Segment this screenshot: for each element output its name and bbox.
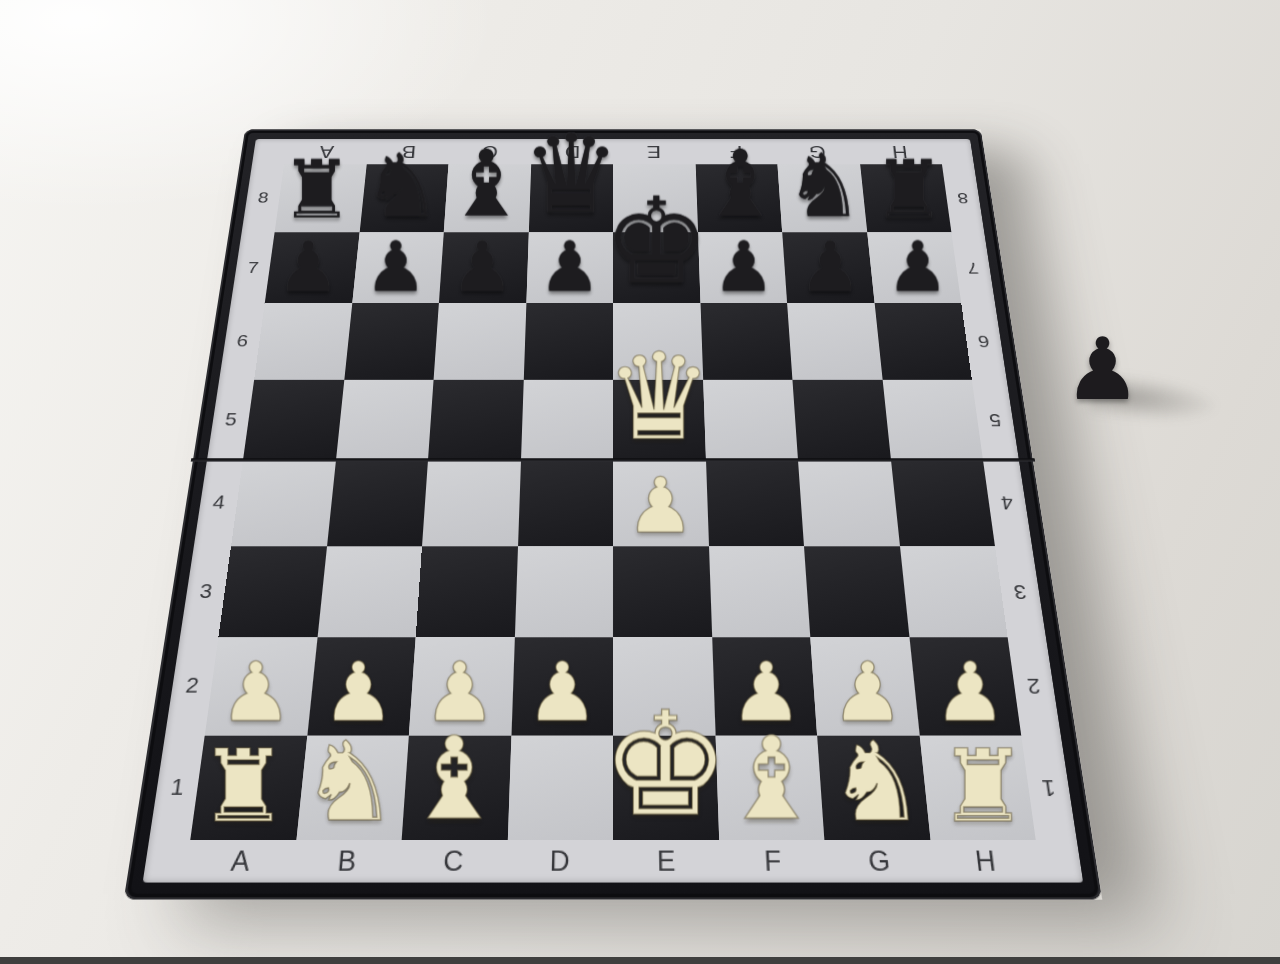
piece-black-pawn-d7[interactable]: ♟ bbox=[538, 232, 600, 302]
photo-scene: ABCDEFGH ABCDEFGH 12345678 12345678 ♜♞♝♛… bbox=[193, 40, 1033, 880]
square-b6[interactable] bbox=[344, 303, 439, 379]
files-near-label-h: H bbox=[930, 840, 1042, 883]
square-c6[interactable] bbox=[434, 303, 526, 379]
piece-white-pawn-h2[interactable]: ♟ bbox=[933, 650, 1006, 732]
files-near-label-g: G bbox=[824, 840, 934, 883]
square-e7[interactable]: ♚ bbox=[613, 232, 700, 304]
files-far-label-g: G bbox=[776, 139, 860, 164]
square-b1[interactable]: ♞ bbox=[296, 735, 409, 840]
square-d7[interactable]: ♟ bbox=[526, 232, 613, 304]
square-e3[interactable] bbox=[613, 546, 712, 638]
piece-white-knight-g1[interactable]: ♞ bbox=[828, 727, 926, 837]
piece-black-pawn-c7[interactable]: ♟ bbox=[451, 232, 513, 302]
square-d5[interactable] bbox=[521, 379, 614, 460]
files-far-label-e: E bbox=[613, 139, 695, 164]
square-f6[interactable] bbox=[700, 303, 792, 379]
square-h4[interactable] bbox=[891, 460, 995, 546]
piece-white-bishop-c1[interactable]: ♝ bbox=[403, 722, 505, 836]
square-a4[interactable] bbox=[231, 460, 335, 546]
square-a8[interactable]: ♜ bbox=[275, 164, 367, 232]
square-h7[interactable]: ♟ bbox=[867, 232, 962, 304]
captured-black-pawn[interactable]: ♟ bbox=[1064, 326, 1141, 412]
square-e5[interactable]: ♛ bbox=[613, 379, 706, 460]
piece-white-rook-a1[interactable]: ♜ bbox=[199, 736, 289, 836]
piece-black-pawn-g7[interactable]: ♟ bbox=[799, 232, 861, 302]
square-c1[interactable]: ♝ bbox=[402, 735, 511, 840]
square-c7[interactable]: ♟ bbox=[439, 232, 529, 304]
piece-black-pawn-f7[interactable]: ♟ bbox=[712, 232, 774, 302]
square-d3[interactable] bbox=[514, 546, 613, 638]
piece-white-pawn-e4[interactable]: ♟ bbox=[626, 467, 694, 543]
square-b8[interactable]: ♞ bbox=[359, 164, 448, 232]
files-near-label-f: F bbox=[719, 840, 828, 883]
square-g3[interactable] bbox=[804, 546, 909, 638]
captured-piece-area: ♟ bbox=[1056, 320, 1176, 440]
piece-white-rook-h1[interactable]: ♜ bbox=[937, 736, 1027, 836]
square-c3[interactable] bbox=[416, 546, 518, 638]
square-b4[interactable] bbox=[327, 460, 428, 546]
square-a3[interactable] bbox=[218, 546, 326, 638]
square-f7[interactable]: ♟ bbox=[698, 232, 788, 304]
square-g7[interactable]: ♟ bbox=[782, 232, 874, 304]
square-h2[interactable]: ♟ bbox=[909, 637, 1021, 735]
square-a6[interactable] bbox=[254, 303, 352, 379]
files-near-label-e: E bbox=[613, 840, 720, 883]
square-a5[interactable] bbox=[243, 379, 344, 460]
piece-black-pawn-a7[interactable]: ♟ bbox=[277, 232, 339, 302]
piece-white-pawn-d2[interactable]: ♟ bbox=[525, 650, 598, 732]
files-near-label-c: C bbox=[399, 840, 508, 883]
square-h3[interactable] bbox=[899, 546, 1007, 638]
square-f1[interactable]: ♝ bbox=[715, 735, 824, 840]
chess-board: ABCDEFGH ABCDEFGH 12345678 12345678 ♜♞♝♛… bbox=[124, 129, 1103, 899]
square-c4[interactable] bbox=[422, 460, 520, 546]
square-d4[interactable] bbox=[518, 460, 613, 546]
square-d8[interactable]: ♛ bbox=[528, 164, 613, 232]
square-f5[interactable] bbox=[703, 379, 798, 460]
piece-white-pawn-a2[interactable]: ♟ bbox=[220, 650, 293, 732]
square-b5[interactable] bbox=[336, 379, 434, 460]
files-far-label-d: D bbox=[531, 139, 613, 164]
square-f3[interactable] bbox=[708, 546, 810, 638]
files-near: ABCDEFGH bbox=[184, 840, 1041, 883]
files-near-label-d: D bbox=[506, 840, 613, 883]
board-grid: ♜♞♝♛♝♞♜♟♟♟♟♚♟♟♟♛♟♟♟♟♟♟♟♟♜♞♝♚♝♞♜ bbox=[190, 164, 1035, 840]
files-near-label-b: B bbox=[291, 840, 401, 883]
square-g6[interactable] bbox=[787, 303, 882, 379]
square-g4[interactable] bbox=[798, 460, 899, 546]
square-d1[interactable] bbox=[507, 735, 613, 840]
files-far-label-a: A bbox=[284, 139, 369, 164]
piece-white-king-e1[interactable]: ♚ bbox=[601, 693, 730, 837]
piece-black-pawn-h7[interactable]: ♟ bbox=[886, 232, 948, 302]
piece-white-knight-b1[interactable]: ♞ bbox=[300, 727, 398, 837]
square-g5[interactable] bbox=[792, 379, 890, 460]
square-d6[interactable] bbox=[523, 303, 613, 379]
files-far-label-h: H bbox=[857, 139, 942, 164]
piece-black-pawn-b7[interactable]: ♟ bbox=[364, 232, 426, 302]
piece-white-bishop-f1[interactable]: ♝ bbox=[720, 722, 822, 836]
square-h1[interactable]: ♜ bbox=[919, 735, 1036, 840]
square-h6[interactable] bbox=[874, 303, 972, 379]
square-f4[interactable] bbox=[706, 460, 804, 546]
square-g8[interactable]: ♞ bbox=[777, 164, 866, 232]
square-g1[interactable]: ♞ bbox=[817, 735, 930, 840]
square-d2[interactable]: ♟ bbox=[511, 637, 613, 735]
piece-black-king-e7[interactable]: ♚ bbox=[603, 183, 709, 301]
square-c5[interactable] bbox=[428, 379, 523, 460]
square-a7[interactable]: ♟ bbox=[265, 232, 360, 304]
square-h8[interactable]: ♜ bbox=[860, 164, 952, 232]
files-far: ABCDEFGH bbox=[284, 139, 942, 164]
files-near-label-a: A bbox=[184, 840, 296, 883]
files-far-label-b: B bbox=[366, 139, 450, 164]
square-e4[interactable]: ♟ bbox=[613, 460, 708, 546]
square-c8[interactable]: ♝ bbox=[444, 164, 531, 232]
files-far-label-f: F bbox=[694, 139, 777, 164]
square-b7[interactable]: ♟ bbox=[352, 232, 444, 304]
square-a1[interactable]: ♜ bbox=[190, 735, 307, 840]
square-h5[interactable] bbox=[882, 379, 983, 460]
square-e1[interactable]: ♚ bbox=[613, 735, 719, 840]
files-far-label-c: C bbox=[449, 139, 532, 164]
square-b3[interactable] bbox=[317, 546, 422, 638]
piece-white-queen-e5[interactable]: ♛ bbox=[605, 337, 712, 457]
table-edge bbox=[0, 957, 1280, 964]
